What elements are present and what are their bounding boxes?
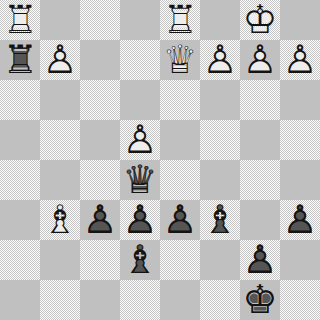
- white-rook[interactable]: ♜♖: [160, 0, 200, 40]
- white-king-outline-icon: ♔: [240, 0, 280, 40]
- square-e3[interactable]: ♟♙: [160, 200, 200, 240]
- square-c2[interactable]: [80, 240, 120, 280]
- square-f3[interactable]: ♝♗: [200, 200, 240, 240]
- square-f6[interactable]: [200, 80, 240, 120]
- square-e7[interactable]: ♛♕: [160, 40, 200, 80]
- white-pawn[interactable]: ♟♙: [280, 40, 320, 80]
- black-pawn-outline-icon: ♙: [120, 200, 160, 240]
- square-c7[interactable]: [80, 40, 120, 80]
- square-c8[interactable]: [80, 0, 120, 40]
- square-f1[interactable]: [200, 280, 240, 320]
- square-b3[interactable]: ♝♗: [40, 200, 80, 240]
- white-pawn[interactable]: ♟♙: [200, 40, 240, 80]
- square-e8[interactable]: ♜♖: [160, 0, 200, 40]
- square-d3[interactable]: ♟♙: [120, 200, 160, 240]
- black-king-outline-icon: ♔: [240, 280, 280, 320]
- white-pawn-outline-icon: ♙: [120, 120, 160, 160]
- square-a3[interactable]: [0, 200, 40, 240]
- black-king[interactable]: ♚♔: [240, 280, 280, 320]
- black-pawn-outline-icon: ♙: [80, 200, 120, 240]
- square-a2[interactable]: [0, 240, 40, 280]
- square-g4[interactable]: [240, 160, 280, 200]
- square-g2[interactable]: ♟♙: [240, 240, 280, 280]
- square-b7[interactable]: ♟♙: [40, 40, 80, 80]
- square-h8[interactable]: [280, 0, 320, 40]
- square-e2[interactable]: [160, 240, 200, 280]
- square-h4[interactable]: [280, 160, 320, 200]
- square-a1[interactable]: [0, 280, 40, 320]
- square-g5[interactable]: [240, 120, 280, 160]
- black-pawn[interactable]: ♟♙: [280, 200, 320, 240]
- black-bishop-outline-icon: ♗: [120, 240, 160, 280]
- black-pawn-outline-icon: ♙: [160, 200, 200, 240]
- square-h3[interactable]: ♟♙: [280, 200, 320, 240]
- white-king[interactable]: ♚♔: [240, 0, 280, 40]
- square-d8[interactable]: [120, 0, 160, 40]
- square-f5[interactable]: [200, 120, 240, 160]
- black-pawn-outline-icon: ♙: [240, 240, 280, 280]
- square-c1[interactable]: [80, 280, 120, 320]
- square-f7[interactable]: ♟♙: [200, 40, 240, 80]
- square-a6[interactable]: [0, 80, 40, 120]
- black-queen[interactable]: ♛♕: [120, 160, 160, 200]
- white-rook-outline-icon: ♖: [0, 0, 40, 40]
- chess-board: ♜♖♜♖♚♔♜♖♟♙♛♕♟♙♟♙♟♙♟♙♛♕♝♗♟♙♟♙♟♙♝♗♟♙♝♗♟♙♚♔: [0, 0, 320, 320]
- square-h7[interactable]: ♟♙: [280, 40, 320, 80]
- square-g7[interactable]: ♟♙: [240, 40, 280, 80]
- square-e4[interactable]: [160, 160, 200, 200]
- square-c5[interactable]: [80, 120, 120, 160]
- square-b6[interactable]: [40, 80, 80, 120]
- black-bishop[interactable]: ♝♗: [120, 240, 160, 280]
- black-queen-outline-icon: ♕: [120, 160, 160, 200]
- black-bishop[interactable]: ♝♗: [200, 200, 240, 240]
- square-d4[interactable]: ♛♕: [120, 160, 160, 200]
- black-pawn[interactable]: ♟♙: [240, 240, 280, 280]
- black-pawn[interactable]: ♟♙: [120, 200, 160, 240]
- square-b5[interactable]: [40, 120, 80, 160]
- square-b8[interactable]: [40, 0, 80, 40]
- square-d6[interactable]: [120, 80, 160, 120]
- square-h2[interactable]: [280, 240, 320, 280]
- square-g6[interactable]: [240, 80, 280, 120]
- white-pawn-outline-icon: ♙: [40, 40, 80, 80]
- square-h5[interactable]: [280, 120, 320, 160]
- square-f4[interactable]: [200, 160, 240, 200]
- black-pawn[interactable]: ♟♙: [160, 200, 200, 240]
- chess-diagram: ♜♖♜♖♚♔♜♖♟♙♛♕♟♙♟♙♟♙♟♙♛♕♝♗♟♙♟♙♟♙♝♗♟♙♝♗♟♙♚♔: [0, 0, 320, 320]
- square-d7[interactable]: [120, 40, 160, 80]
- black-rook-outline-icon: ♖: [0, 40, 40, 80]
- black-bishop-outline-icon: ♗: [200, 200, 240, 240]
- white-pawn[interactable]: ♟♙: [240, 40, 280, 80]
- square-f2[interactable]: [200, 240, 240, 280]
- square-g3[interactable]: [240, 200, 280, 240]
- white-rook-outline-icon: ♖: [160, 0, 200, 40]
- square-a5[interactable]: [0, 120, 40, 160]
- square-g1[interactable]: ♚♔: [240, 280, 280, 320]
- square-a4[interactable]: [0, 160, 40, 200]
- square-c6[interactable]: [80, 80, 120, 120]
- square-b1[interactable]: [40, 280, 80, 320]
- square-g8[interactable]: ♚♔: [240, 0, 280, 40]
- white-pawn[interactable]: ♟♙: [40, 40, 80, 80]
- square-h1[interactable]: [280, 280, 320, 320]
- white-rook[interactable]: ♜♖: [0, 0, 40, 40]
- white-bishop-outline-icon: ♗: [40, 200, 80, 240]
- black-pawn[interactable]: ♟♙: [80, 200, 120, 240]
- white-pawn-outline-icon: ♙: [280, 40, 320, 80]
- square-b2[interactable]: [40, 240, 80, 280]
- white-pawn-outline-icon: ♙: [240, 40, 280, 80]
- white-queen[interactable]: ♛♕: [160, 40, 200, 80]
- black-rook[interactable]: ♜♖: [0, 40, 40, 80]
- square-e6[interactable]: [160, 80, 200, 120]
- square-d5[interactable]: ♟♙: [120, 120, 160, 160]
- white-pawn-outline-icon: ♙: [200, 40, 240, 80]
- square-d1[interactable]: [120, 280, 160, 320]
- white-queen-outline-icon: ♕: [160, 40, 200, 80]
- square-c4[interactable]: [80, 160, 120, 200]
- square-f8[interactable]: [200, 0, 240, 40]
- square-e5[interactable]: [160, 120, 200, 160]
- square-b4[interactable]: [40, 160, 80, 200]
- black-pawn-outline-icon: ♙: [280, 200, 320, 240]
- white-bishop[interactable]: ♝♗: [40, 200, 80, 240]
- square-h6[interactable]: [280, 80, 320, 120]
- square-d2[interactable]: ♝♗: [120, 240, 160, 280]
- square-a7[interactable]: ♜♖: [0, 40, 40, 80]
- square-e1[interactable]: [160, 280, 200, 320]
- white-pawn[interactable]: ♟♙: [120, 120, 160, 160]
- square-c3[interactable]: ♟♙: [80, 200, 120, 240]
- square-a8[interactable]: ♜♖: [0, 0, 40, 40]
